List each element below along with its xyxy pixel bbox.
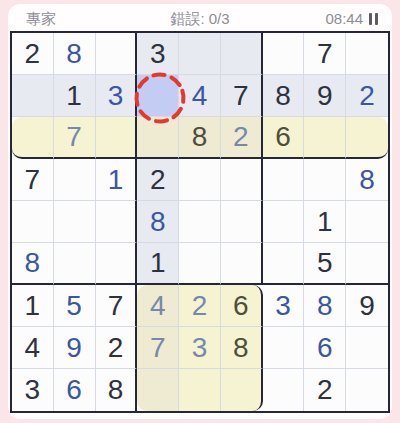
cell-r3c2[interactable]: 7 — [54, 117, 96, 159]
cell-r3c3[interactable] — [96, 117, 138, 159]
cell-r9c4[interactable] — [137, 369, 179, 411]
cell-r2c1[interactable] — [12, 75, 54, 117]
cell-r3c8[interactable] — [304, 117, 346, 159]
cell-r8c9[interactable] — [346, 327, 388, 369]
cell-r1c9[interactable] — [346, 33, 388, 75]
cell-r4c1[interactable]: 7 — [12, 159, 54, 201]
cell-r8c6[interactable]: 8 — [221, 327, 263, 369]
cell-r6c4[interactable]: 1 — [137, 243, 179, 285]
cell-r5c1[interactable] — [12, 201, 54, 243]
top-bar: 專家 錯誤: 0/3 08:44 — [8, 4, 392, 31]
cell-r2c7[interactable]: 8 — [263, 75, 305, 117]
cell-r9c6[interactable] — [221, 369, 263, 411]
cell-r1c8[interactable]: 7 — [304, 33, 346, 75]
cell-r6c2[interactable] — [54, 243, 96, 285]
cell-r9c9[interactable] — [346, 369, 388, 411]
cell-r8c7[interactable] — [263, 327, 305, 369]
cell-r4c8[interactable] — [304, 159, 346, 201]
cell-r3c5[interactable]: 8 — [179, 117, 221, 159]
cell-r1c5[interactable] — [179, 33, 221, 75]
cell-r2c8[interactable]: 9 — [304, 75, 346, 117]
cell-r7c5[interactable]: 2 — [179, 285, 221, 327]
cell-r8c8[interactable]: 6 — [304, 327, 346, 369]
cell-r8c5[interactable]: 3 — [179, 327, 221, 369]
cell-r6c6[interactable] — [221, 243, 263, 285]
cell-r5c8[interactable]: 1 — [304, 201, 346, 243]
cell-r1c2[interactable]: 8 — [54, 33, 96, 75]
cell-r1c6[interactable] — [221, 33, 263, 75]
cell-r5c5[interactable] — [179, 201, 221, 243]
cell-r6c1[interactable]: 8 — [12, 243, 54, 285]
game-card: 專家 錯誤: 0/3 08:44 28371347892782671288181… — [8, 4, 392, 419]
cell-r3c4[interactable] — [137, 117, 179, 159]
cell-r1c4[interactable]: 3 — [137, 33, 179, 75]
cell-r8c1[interactable]: 4 — [12, 327, 54, 369]
sudoku-board: 2837134789278267128818151574263894927386… — [10, 31, 390, 413]
cell-r2c5[interactable]: 4 — [179, 75, 221, 117]
cell-r8c3[interactable]: 2 — [96, 327, 138, 369]
cell-r4c7[interactable] — [263, 159, 305, 201]
cell-r7c6[interactable]: 6 — [221, 285, 263, 327]
cell-r1c7[interactable] — [263, 33, 305, 75]
cell-r9c7[interactable] — [263, 369, 305, 411]
cell-r5c3[interactable] — [96, 201, 138, 243]
cell-r4c3[interactable]: 1 — [96, 159, 138, 201]
cell-r5c9[interactable] — [346, 201, 388, 243]
cell-r8c2[interactable]: 9 — [54, 327, 96, 369]
cell-r2c4[interactable] — [137, 75, 179, 117]
cell-r7c2[interactable]: 5 — [54, 285, 96, 327]
cell-r9c3[interactable]: 8 — [96, 369, 138, 411]
cell-r1c1[interactable]: 2 — [12, 33, 54, 75]
cell-r5c2[interactable] — [54, 201, 96, 243]
cell-r9c2[interactable]: 6 — [54, 369, 96, 411]
cell-r3c1[interactable] — [12, 117, 54, 159]
cell-r2c9[interactable]: 2 — [346, 75, 388, 117]
cell-r2c6[interactable]: 7 — [221, 75, 263, 117]
cell-r7c3[interactable]: 7 — [96, 285, 138, 327]
cell-r6c7[interactable] — [263, 243, 305, 285]
cell-r6c9[interactable] — [346, 243, 388, 285]
cell-r3c7[interactable]: 6 — [263, 117, 305, 159]
cell-r5c6[interactable] — [221, 201, 263, 243]
cell-r6c5[interactable] — [179, 243, 221, 285]
cell-r2c3[interactable]: 3 — [96, 75, 138, 117]
cell-r9c8[interactable]: 2 — [304, 369, 346, 411]
cell-r1c3[interactable] — [96, 33, 138, 75]
cell-r4c9[interactable]: 8 — [346, 159, 388, 201]
pause-button[interactable] — [369, 13, 378, 25]
cell-r7c7[interactable]: 3 — [263, 285, 305, 327]
cell-r3c6[interactable]: 2 — [221, 117, 263, 159]
cell-r4c2[interactable] — [54, 159, 96, 201]
cell-r7c1[interactable]: 1 — [12, 285, 54, 327]
cell-r6c8[interactable]: 5 — [304, 243, 346, 285]
timer-group: 08:44 — [325, 10, 378, 27]
cell-r5c4[interactable]: 8 — [137, 201, 179, 243]
cell-r3c9[interactable] — [346, 117, 388, 159]
cell-r4c6[interactable] — [221, 159, 263, 201]
timer-label: 08:44 — [325, 10, 363, 27]
cell-r4c4[interactable]: 2 — [137, 159, 179, 201]
cell-r9c5[interactable] — [179, 369, 221, 411]
cell-r9c1[interactable]: 3 — [12, 369, 54, 411]
cell-r7c9[interactable]: 9 — [346, 285, 388, 327]
cell-r8c4[interactable]: 7 — [137, 327, 179, 369]
cell-r5c7[interactable] — [263, 201, 305, 243]
cell-r7c4[interactable]: 4 — [137, 285, 179, 327]
cell-r4c5[interactable] — [179, 159, 221, 201]
cell-r7c8[interactable]: 8 — [304, 285, 346, 327]
cell-r6c3[interactable] — [96, 243, 138, 285]
cell-r2c2[interactable]: 1 — [54, 75, 96, 117]
